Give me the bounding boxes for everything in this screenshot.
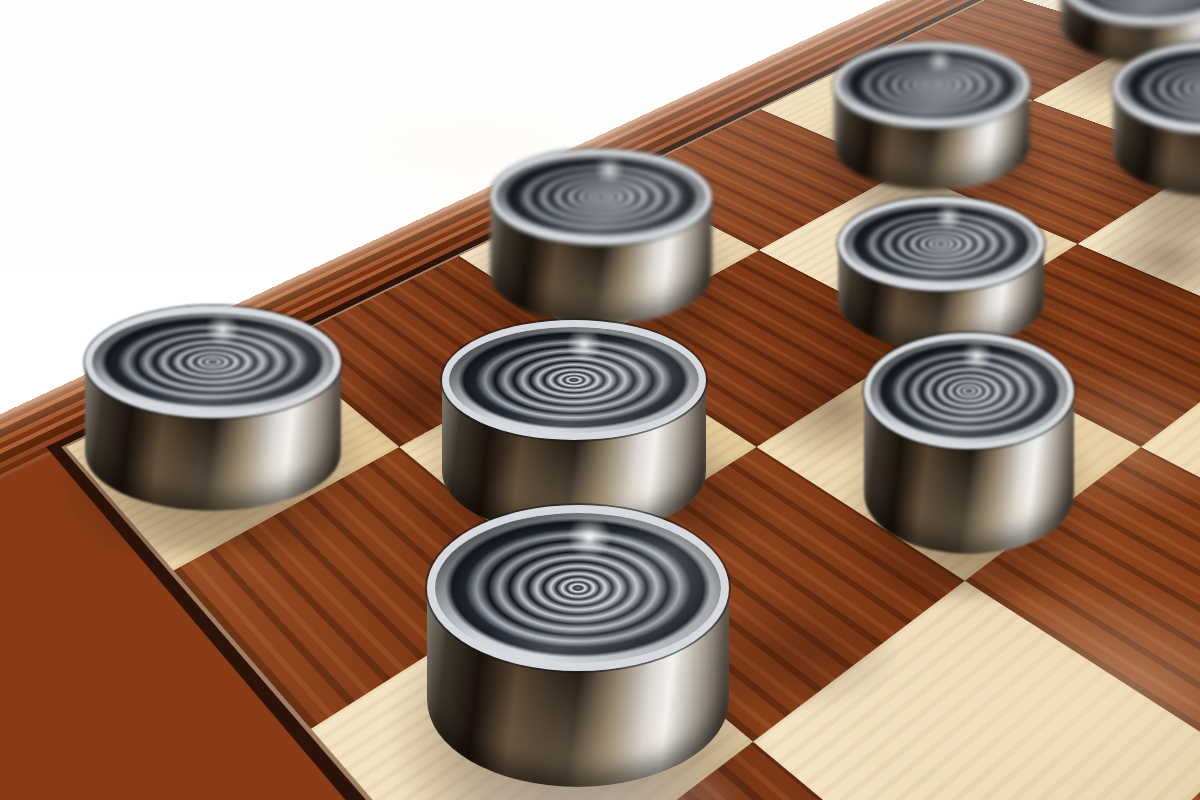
piece-groove-top-face [490, 149, 712, 245]
piece-groove-top-face [838, 197, 1044, 291]
piece-groove-top-face [442, 320, 706, 440]
piece-groove-top-face [85, 306, 341, 418]
piece-groove-top-face [864, 333, 1074, 449]
checker-piece-a1 [85, 306, 341, 536]
checker-piece-c3 [864, 333, 1074, 580]
checker-piece-f2 [1113, 42, 1200, 218]
pieces-layer [0, 0, 1200, 800]
checker-piece-a3 [427, 505, 729, 800]
board-photo-stage [0, 0, 1200, 800]
checker-piece-e1 [834, 42, 1030, 209]
piece-groove-top-face [834, 42, 1030, 128]
piece-groove-top-face [427, 505, 729, 671]
checker-piece-c1 [490, 149, 712, 346]
